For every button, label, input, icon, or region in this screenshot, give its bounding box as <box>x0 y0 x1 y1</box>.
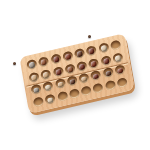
seed-r3c2 <box>45 84 52 91</box>
pit-r2c5[interactable] <box>76 60 87 71</box>
pit-r2c3[interactable] <box>52 66 63 77</box>
pit-r2c1[interactable] <box>28 71 39 82</box>
seed-r1c1 <box>29 62 36 69</box>
pit-r2c7[interactable] <box>100 55 111 66</box>
seed-r3c7 <box>105 70 112 77</box>
pit-r4c4[interactable] <box>69 88 80 99</box>
seed-r2c4 <box>67 66 74 73</box>
seed-r3c1 <box>33 87 40 94</box>
pit-r1c2[interactable] <box>38 56 49 67</box>
pit-r2c8[interactable] <box>112 52 123 63</box>
stray-seed-1 <box>13 62 16 65</box>
seed-r3c5 <box>81 76 88 83</box>
pit-r3c8[interactable] <box>114 65 125 76</box>
pit-grid <box>19 33 134 114</box>
seed-r2c1 <box>31 74 38 81</box>
seed-r3c4 <box>69 79 76 86</box>
seed-r3c6 <box>93 73 100 80</box>
pit-r1c7[interactable] <box>98 42 109 53</box>
mancala-board <box>19 33 134 114</box>
pit-r3c5[interactable] <box>78 73 89 84</box>
seed-r2c7 <box>102 58 109 65</box>
seed-r4c2 <box>47 97 54 104</box>
seed-r1c6 <box>88 48 95 55</box>
seed-r2c6 <box>91 60 98 67</box>
seed-r2c2 <box>43 71 50 78</box>
seed-r1c3 <box>52 56 59 63</box>
pit-r1c5[interactable] <box>74 48 85 59</box>
pit-r3c2[interactable] <box>43 81 54 92</box>
seed-r3c3 <box>57 81 64 88</box>
pit-r1c6[interactable] <box>86 45 97 56</box>
pit-r1c1[interactable] <box>26 59 37 70</box>
pit-r4c6[interactable] <box>93 83 104 94</box>
pit-r3c3[interactable] <box>55 78 66 89</box>
pit-r2c4[interactable] <box>64 63 75 74</box>
seed-r2c3 <box>55 69 62 76</box>
pit-r3c1[interactable] <box>31 84 42 95</box>
pit-r4c7[interactable] <box>105 80 116 91</box>
seed-r1c5 <box>76 51 83 58</box>
pit-r2c6[interactable] <box>88 58 99 69</box>
pit-r4c1[interactable] <box>33 96 44 107</box>
cell-r4c8 <box>115 75 129 90</box>
seed-r1c4 <box>64 53 71 60</box>
stray-seed-2 <box>88 35 91 38</box>
pit-r4c8[interactable] <box>116 77 127 88</box>
seed-r1c7 <box>100 45 107 52</box>
photo-canvas <box>0 0 150 150</box>
seed-r3c8 <box>117 67 124 74</box>
pit-r4c2[interactable] <box>45 94 56 105</box>
pit-r4c5[interactable] <box>81 85 92 96</box>
pit-r3c7[interactable] <box>102 67 113 78</box>
seed-r1c2 <box>41 59 48 66</box>
pit-r3c4[interactable] <box>66 76 77 87</box>
pit-r4c3[interactable] <box>57 91 68 102</box>
pit-r1c4[interactable] <box>62 50 73 61</box>
pit-r3c6[interactable] <box>90 70 101 81</box>
pit-r2c2[interactable] <box>40 69 51 80</box>
pit-r1c8[interactable] <box>110 39 121 50</box>
pit-r1c3[interactable] <box>50 53 61 64</box>
seed-r2c8 <box>114 55 121 62</box>
seed-r2c5 <box>79 63 86 70</box>
